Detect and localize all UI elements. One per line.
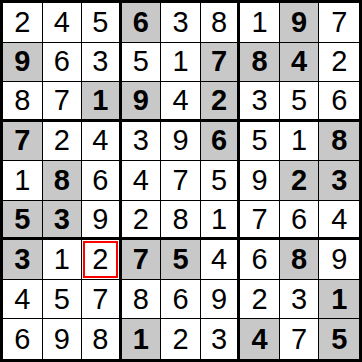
cell-r4c7[interactable]: 5 (240, 122, 280, 162)
cell-value: 1 (211, 205, 227, 234)
cell-value: 3 (211, 325, 227, 354)
cell-r2c4[interactable]: 5 (122, 43, 162, 83)
cell-r1c3[interactable]: 5 (82, 3, 122, 43)
cell-r1c2[interactable]: 4 (43, 3, 83, 43)
cell-value: 3 (92, 47, 108, 76)
cell-value: 1 (92, 86, 108, 115)
cell-r4c6[interactable]: 6 (201, 122, 241, 162)
cell-value: 3 (172, 8, 188, 37)
cell-value: 2 (291, 166, 307, 195)
cell-r9c6[interactable]: 3 (201, 319, 241, 359)
sudoku-grid: 2456381979635178428719423567243965181864… (0, 0, 362, 362)
cell-r4c5[interactable]: 9 (161, 122, 201, 162)
cell-r5c8[interactable]: 2 (280, 161, 320, 201)
cell-value: 4 (172, 86, 188, 115)
cell-r3c5[interactable]: 4 (161, 82, 201, 122)
cell-r3c1[interactable]: 8 (3, 82, 43, 122)
cell-r4c8[interactable]: 1 (280, 122, 320, 162)
cell-r6c9[interactable]: 4 (319, 201, 359, 241)
cell-r5c3[interactable]: 6 (82, 161, 122, 201)
cell-r7c8[interactable]: 8 (280, 240, 320, 280)
cell-value: 5 (92, 8, 108, 37)
cell-value: 6 (211, 126, 227, 155)
cell-value: 7 (291, 325, 307, 354)
cell-r4c3[interactable]: 4 (82, 122, 122, 162)
cell-r7c9[interactable]: 9 (319, 240, 359, 280)
cell-r2c7[interactable]: 8 (240, 43, 280, 83)
cell-value: 5 (211, 166, 227, 195)
cell-r8c4[interactable]: 8 (122, 280, 162, 320)
cell-r8c9[interactable]: 1 (319, 280, 359, 320)
cell-r3c2[interactable]: 7 (43, 82, 83, 122)
cell-r2c3[interactable]: 3 (82, 43, 122, 83)
cell-value: 4 (54, 8, 70, 37)
cell-value: 1 (172, 47, 188, 76)
cell-r2c2[interactable]: 6 (43, 43, 83, 83)
cell-value: 3 (331, 166, 347, 195)
cell-r3c8[interactable]: 5 (280, 82, 320, 122)
cell-value: 8 (54, 166, 70, 195)
cell-value: 7 (331, 8, 347, 37)
cell-value: 9 (331, 245, 347, 274)
cell-r9c8[interactable]: 7 (280, 319, 320, 359)
cell-r2c8[interactable]: 4 (280, 43, 320, 83)
cell-value: 5 (252, 126, 268, 155)
cell-r2c1[interactable]: 9 (3, 43, 43, 83)
cell-r7c6[interactable]: 4 (201, 240, 241, 280)
cell-value: 6 (92, 166, 108, 195)
cell-r4c2[interactable]: 2 (43, 122, 83, 162)
cell-r8c5[interactable]: 6 (161, 280, 201, 320)
cell-value: 9 (252, 166, 268, 195)
cell-value: 4 (331, 205, 347, 234)
cell-value: 8 (291, 245, 307, 274)
sudoku-board: 2456381979635178428719423567243965181864… (0, 0, 362, 362)
cell-r3c4[interactable]: 9 (122, 82, 162, 122)
cell-r1c7[interactable]: 1 (240, 3, 280, 43)
cell-value: 1 (331, 285, 347, 314)
cell-value: 9 (14, 47, 30, 76)
cell-value: 8 (252, 47, 268, 76)
cell-value: 4 (92, 126, 108, 155)
cell-r1c8[interactable]: 9 (280, 3, 320, 43)
cell-value: 4 (14, 285, 30, 314)
cell-value: 9 (291, 8, 307, 37)
cell-value: 7 (252, 205, 268, 234)
cell-r8c2[interactable]: 5 (43, 280, 83, 320)
cell-r9c9[interactable]: 5 (319, 319, 359, 359)
cell-r1c9[interactable]: 7 (319, 3, 359, 43)
cell-value: 9 (54, 325, 70, 354)
cell-value: 6 (14, 325, 30, 354)
cell-value: 1 (14, 166, 30, 195)
cell-value: 7 (92, 285, 108, 314)
cell-r7c1[interactable]: 3 (3, 240, 43, 280)
cell-value: 8 (14, 86, 30, 115)
cell-r5c6[interactable]: 5 (201, 161, 241, 201)
cell-value: 9 (133, 86, 149, 115)
cell-r5c2[interactable]: 8 (43, 161, 83, 201)
cell-value: 5 (133, 47, 149, 76)
cell-r6c8[interactable]: 6 (280, 201, 320, 241)
cell-r5c7[interactable]: 9 (240, 161, 280, 201)
cell-r5c1[interactable]: 1 (3, 161, 43, 201)
cell-r4c1[interactable]: 7 (3, 122, 43, 162)
cell-r9c1[interactable]: 6 (3, 319, 43, 359)
cell-value: 2 (252, 285, 268, 314)
cell-r5c5[interactable]: 7 (161, 161, 201, 201)
cell-value: 4 (211, 245, 227, 274)
cell-value: 8 (92, 325, 108, 354)
cell-value: 1 (133, 325, 149, 354)
cell-value: 8 (331, 126, 347, 155)
cell-r3c9[interactable]: 6 (319, 82, 359, 122)
cell-value: 2 (133, 205, 149, 234)
cell-r9c5[interactable]: 2 (161, 319, 201, 359)
cell-r8c8[interactable]: 3 (280, 280, 320, 320)
cell-value: 2 (14, 8, 30, 37)
cell-r3c6[interactable]: 2 (201, 82, 241, 122)
cell-value: 6 (291, 205, 307, 234)
cell-value: 6 (54, 47, 70, 76)
cell-r6c4[interactable]: 2 (122, 201, 162, 241)
cell-value: 3 (14, 245, 30, 274)
cell-r4c4[interactable]: 3 (122, 122, 162, 162)
cell-value: 2 (92, 245, 108, 274)
cell-value: 3 (252, 86, 268, 115)
cell-r7c2[interactable]: 1 (43, 240, 83, 280)
cell-r1c5[interactable]: 3 (161, 3, 201, 43)
cell-value: 1 (291, 126, 307, 155)
cell-r8c6[interactable]: 9 (201, 280, 241, 320)
cell-value: 9 (211, 285, 227, 314)
cell-value: 7 (14, 126, 30, 155)
cell-r3c7[interactable]: 3 (240, 82, 280, 122)
cell-value: 2 (331, 47, 347, 76)
cell-r1c4[interactable]: 6 (122, 3, 162, 43)
cell-value: 8 (172, 205, 188, 234)
cell-r2c6[interactable]: 7 (201, 43, 241, 83)
cell-value: 9 (92, 205, 108, 234)
cell-value: 5 (291, 86, 307, 115)
cell-value: 1 (54, 245, 70, 274)
cell-r7c4[interactable]: 7 (122, 240, 162, 280)
cell-value: 5 (172, 245, 188, 274)
cell-value: 8 (133, 285, 149, 314)
cell-r1c6[interactable]: 8 (201, 3, 241, 43)
cell-r2c9[interactable]: 2 (319, 43, 359, 83)
cell-value: 7 (54, 86, 70, 115)
cell-value: 2 (54, 126, 70, 155)
cell-value: 2 (172, 325, 188, 354)
cell-r6c7[interactable]: 7 (240, 201, 280, 241)
cell-r7c3[interactable]: 2 (82, 240, 122, 280)
cell-r9c3[interactable]: 8 (82, 319, 122, 359)
cell-r5c9[interactable]: 3 (319, 161, 359, 201)
cell-r1c1[interactable]: 2 (3, 3, 43, 43)
cell-r9c7[interactable]: 4 (240, 319, 280, 359)
cell-value: 3 (133, 126, 149, 155)
cell-r7c5[interactable]: 5 (161, 240, 201, 280)
cell-value: 3 (291, 285, 307, 314)
cell-value: 9 (172, 126, 188, 155)
cell-value: 6 (331, 86, 347, 115)
cell-value: 8 (211, 8, 227, 37)
cell-r8c7[interactable]: 2 (240, 280, 280, 320)
cell-value: 2 (211, 86, 227, 115)
cell-r9c2[interactable]: 9 (43, 319, 83, 359)
cell-r7c7[interactable]: 6 (240, 240, 280, 280)
cell-value: 6 (172, 285, 188, 314)
cell-r6c3[interactable]: 9 (82, 201, 122, 241)
cell-value: 4 (291, 47, 307, 76)
cell-r6c6[interactable]: 1 (201, 201, 241, 241)
cell-value: 7 (133, 245, 149, 274)
cell-r8c1[interactable]: 4 (3, 280, 43, 320)
cell-r6c5[interactable]: 8 (161, 201, 201, 241)
cell-value: 7 (211, 47, 227, 76)
cell-value: 4 (133, 166, 149, 195)
cell-r5c4[interactable]: 4 (122, 161, 162, 201)
cell-r3c3[interactable]: 1 (82, 82, 122, 122)
cell-value: 3 (54, 205, 70, 234)
cell-r9c4[interactable]: 1 (122, 319, 162, 359)
cell-r6c1[interactable]: 5 (3, 201, 43, 241)
cell-r2c5[interactable]: 1 (161, 43, 201, 83)
cell-r4c9[interactable]: 8 (319, 122, 359, 162)
cell-value: 6 (133, 8, 149, 37)
cell-r6c2[interactable]: 3 (43, 201, 83, 241)
cell-value: 5 (54, 285, 70, 314)
cell-value: 5 (331, 325, 347, 354)
cell-r8c3[interactable]: 7 (82, 280, 122, 320)
cell-value: 6 (252, 245, 268, 274)
cell-value: 4 (252, 325, 268, 354)
cell-value: 5 (14, 205, 30, 234)
cell-value: 7 (172, 166, 188, 195)
cell-value: 1 (252, 8, 268, 37)
